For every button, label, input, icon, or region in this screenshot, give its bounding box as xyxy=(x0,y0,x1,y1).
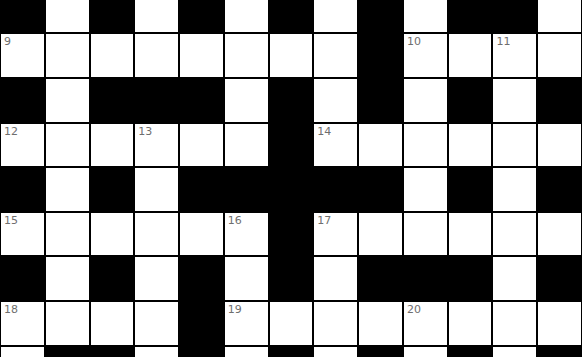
white-cell[interactable]: 13 xyxy=(134,123,179,168)
white-cell[interactable] xyxy=(492,256,537,301)
white-cell[interactable] xyxy=(90,301,135,346)
black-cell xyxy=(448,256,493,301)
white-cell[interactable] xyxy=(313,301,358,346)
white-cell[interactable] xyxy=(403,123,448,168)
clue-number: 16 xyxy=(228,215,242,226)
white-cell[interactable] xyxy=(179,33,224,78)
white-cell[interactable]: 16 xyxy=(224,212,269,257)
white-cell[interactable] xyxy=(403,78,448,123)
white-cell[interactable]: 20 xyxy=(403,301,448,346)
black-cell xyxy=(179,0,224,33)
white-cell[interactable] xyxy=(134,33,179,78)
white-cell[interactable] xyxy=(492,301,537,346)
white-cell[interactable] xyxy=(224,33,269,78)
white-cell[interactable] xyxy=(313,256,358,301)
white-cell[interactable] xyxy=(448,33,493,78)
black-cell xyxy=(358,0,403,33)
clue-number: 20 xyxy=(407,304,421,315)
white-cell[interactable] xyxy=(448,212,493,257)
crossword-board: 91011121314151617181920 xyxy=(0,0,582,357)
white-cell[interactable] xyxy=(224,346,269,357)
black-cell xyxy=(134,78,179,123)
white-cell[interactable] xyxy=(134,301,179,346)
white-cell[interactable] xyxy=(537,123,582,168)
white-cell[interactable] xyxy=(403,346,448,357)
black-cell xyxy=(537,346,582,357)
white-cell[interactable] xyxy=(45,167,90,212)
black-cell xyxy=(448,167,493,212)
clue-number: 14 xyxy=(317,126,331,137)
clue-number: 15 xyxy=(4,215,18,226)
white-cell[interactable]: 18 xyxy=(0,301,45,346)
white-cell[interactable] xyxy=(45,0,90,33)
black-cell xyxy=(90,78,135,123)
white-cell[interactable] xyxy=(179,212,224,257)
white-cell[interactable] xyxy=(134,0,179,33)
white-cell[interactable] xyxy=(358,212,403,257)
white-cell[interactable] xyxy=(45,212,90,257)
black-cell xyxy=(179,256,224,301)
crossword-grid: 91011121314151617181920 xyxy=(0,0,582,357)
white-cell[interactable]: 19 xyxy=(224,301,269,346)
white-cell[interactable] xyxy=(492,346,537,357)
white-cell[interactable] xyxy=(358,123,403,168)
white-cell[interactable]: 9 xyxy=(0,33,45,78)
white-cell[interactable]: 14 xyxy=(313,123,358,168)
black-cell xyxy=(492,0,537,33)
black-cell xyxy=(179,78,224,123)
white-cell[interactable] xyxy=(537,33,582,78)
black-cell xyxy=(358,256,403,301)
white-cell[interactable] xyxy=(537,212,582,257)
clue-number: 18 xyxy=(4,304,18,315)
black-cell xyxy=(269,212,314,257)
white-cell[interactable] xyxy=(224,0,269,33)
black-cell xyxy=(0,78,45,123)
black-cell xyxy=(313,167,358,212)
white-cell[interactable] xyxy=(448,301,493,346)
black-cell xyxy=(269,167,314,212)
black-cell xyxy=(0,0,45,33)
white-cell[interactable] xyxy=(403,212,448,257)
black-cell xyxy=(269,256,314,301)
white-cell[interactable]: 17 xyxy=(313,212,358,257)
white-cell[interactable] xyxy=(179,123,224,168)
black-cell xyxy=(358,346,403,357)
white-cell[interactable] xyxy=(448,123,493,168)
white-cell[interactable] xyxy=(313,78,358,123)
black-cell xyxy=(90,346,135,357)
black-cell xyxy=(179,301,224,346)
white-cell[interactable] xyxy=(403,0,448,33)
white-cell[interactable] xyxy=(45,78,90,123)
black-cell xyxy=(448,78,493,123)
black-cell xyxy=(0,256,45,301)
black-cell xyxy=(45,346,90,357)
black-cell xyxy=(358,167,403,212)
white-cell[interactable] xyxy=(134,212,179,257)
white-cell[interactable] xyxy=(224,123,269,168)
black-cell xyxy=(358,33,403,78)
black-cell xyxy=(358,78,403,123)
white-cell[interactable] xyxy=(45,256,90,301)
white-cell[interactable] xyxy=(90,33,135,78)
clue-number: 11 xyxy=(496,36,510,47)
clue-number: 9 xyxy=(4,36,11,47)
white-cell[interactable] xyxy=(492,167,537,212)
white-cell[interactable] xyxy=(224,78,269,123)
white-cell[interactable] xyxy=(492,78,537,123)
black-cell xyxy=(0,167,45,212)
white-cell[interactable] xyxy=(90,123,135,168)
clue-number: 13 xyxy=(138,126,152,137)
white-cell[interactable]: 12 xyxy=(0,123,45,168)
black-cell xyxy=(269,78,314,123)
white-cell[interactable]: 10 xyxy=(403,33,448,78)
white-cell[interactable] xyxy=(313,346,358,357)
black-cell xyxy=(90,256,135,301)
white-cell[interactable] xyxy=(134,346,179,357)
clue-number: 17 xyxy=(317,215,331,226)
white-cell[interactable] xyxy=(224,256,269,301)
clue-number: 10 xyxy=(407,36,421,47)
black-cell xyxy=(90,167,135,212)
white-cell[interactable] xyxy=(90,212,135,257)
white-cell[interactable] xyxy=(537,0,582,33)
black-cell xyxy=(537,78,582,123)
white-cell[interactable]: 11 xyxy=(492,33,537,78)
black-cell xyxy=(537,256,582,301)
white-cell[interactable] xyxy=(134,167,179,212)
clue-number: 12 xyxy=(4,126,18,137)
white-cell[interactable] xyxy=(134,256,179,301)
white-cell[interactable] xyxy=(403,167,448,212)
black-cell xyxy=(179,346,224,357)
white-cell[interactable] xyxy=(313,0,358,33)
black-cell xyxy=(269,123,314,168)
white-cell[interactable]: 15 xyxy=(0,212,45,257)
white-cell[interactable] xyxy=(492,212,537,257)
black-cell xyxy=(403,256,448,301)
black-cell xyxy=(179,167,224,212)
black-cell xyxy=(537,167,582,212)
white-cell[interactable] xyxy=(45,301,90,346)
white-cell[interactable] xyxy=(269,301,314,346)
black-cell xyxy=(90,0,135,33)
white-cell[interactable] xyxy=(313,33,358,78)
clue-number: 19 xyxy=(228,304,242,315)
black-cell xyxy=(448,0,493,33)
white-cell[interactable] xyxy=(0,346,45,357)
white-cell[interactable] xyxy=(269,33,314,78)
black-cell xyxy=(448,346,493,357)
white-cell[interactable] xyxy=(45,123,90,168)
black-cell xyxy=(224,167,269,212)
white-cell[interactable] xyxy=(358,301,403,346)
white-cell[interactable] xyxy=(537,301,582,346)
white-cell[interactable] xyxy=(492,123,537,168)
white-cell[interactable] xyxy=(45,33,90,78)
black-cell xyxy=(269,0,314,33)
black-cell xyxy=(269,346,314,357)
